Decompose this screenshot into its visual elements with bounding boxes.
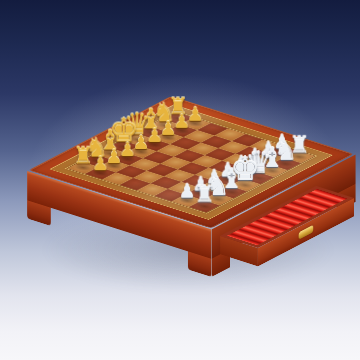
gold-pawn-h2[interactable]: ♟ bbox=[78, 154, 122, 173]
scene: ♜♟♟♜♞♟♟♞♝♟♟♝♛♟♟♛♚♟♟♚♝♟♟♝♞♟♟♞♜♟♟♜ bbox=[0, 0, 360, 360]
product-photo-stage: ♜♟♟♜♞♟♟♞♝♟♟♝♛♟♟♛♚♟♟♚♝♟♟♝♞♟♟♞♜♟♟♜ bbox=[0, 0, 360, 360]
silver-rook-h8[interactable]: ♜ bbox=[182, 183, 226, 206]
drawer-brass-handle[interactable] bbox=[299, 225, 314, 240]
